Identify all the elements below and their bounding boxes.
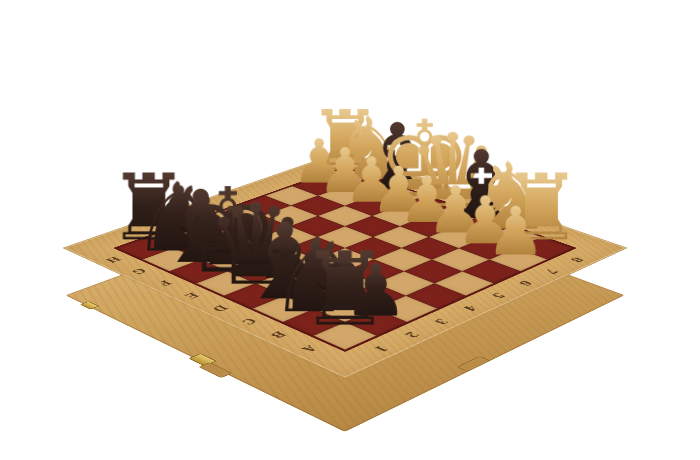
rank-label-8: 8	[567, 256, 586, 263]
square-b4	[404, 259, 463, 283]
file-label-c: C	[238, 317, 259, 326]
square-a4	[434, 271, 494, 296]
file-label-e: E	[182, 291, 202, 299]
rank-label-6: 6	[515, 279, 534, 287]
product-photo-scene: HGFEDCBA 12345678 ♜♞♝♚♛♝♞♜♟♟♟♟♟♟♟♟♟♟♟♟♟♟…	[0, 0, 700, 460]
file-label-d: D	[209, 304, 230, 313]
pawn-glyph: ♟	[486, 199, 546, 266]
square-a3	[462, 259, 521, 283]
chess-board: HGFEDCBA 12345678 ♜♞♝♚♛♝♞♜♟♟♟♟♟♟♟♟♟♟♟♟♟♟…	[62, 150, 628, 378]
rank-label-7: 7	[542, 267, 561, 275]
file-label-b: B	[268, 330, 290, 340]
rank-label-1: 1	[371, 344, 392, 353]
file-label-f: F	[156, 279, 175, 287]
rank-label-2: 2	[401, 330, 421, 339]
file-label-g: G	[129, 267, 149, 275]
rank-label-5: 5	[488, 291, 508, 299]
rank-label-3: 3	[431, 317, 451, 326]
square-b3	[432, 248, 490, 271]
rook-glyph: ♜	[299, 239, 390, 341]
file-label-h: H	[103, 255, 124, 263]
file-label-a: A	[298, 344, 319, 354]
square-a5	[405, 283, 465, 308]
rank-label-4: 4	[460, 304, 480, 312]
